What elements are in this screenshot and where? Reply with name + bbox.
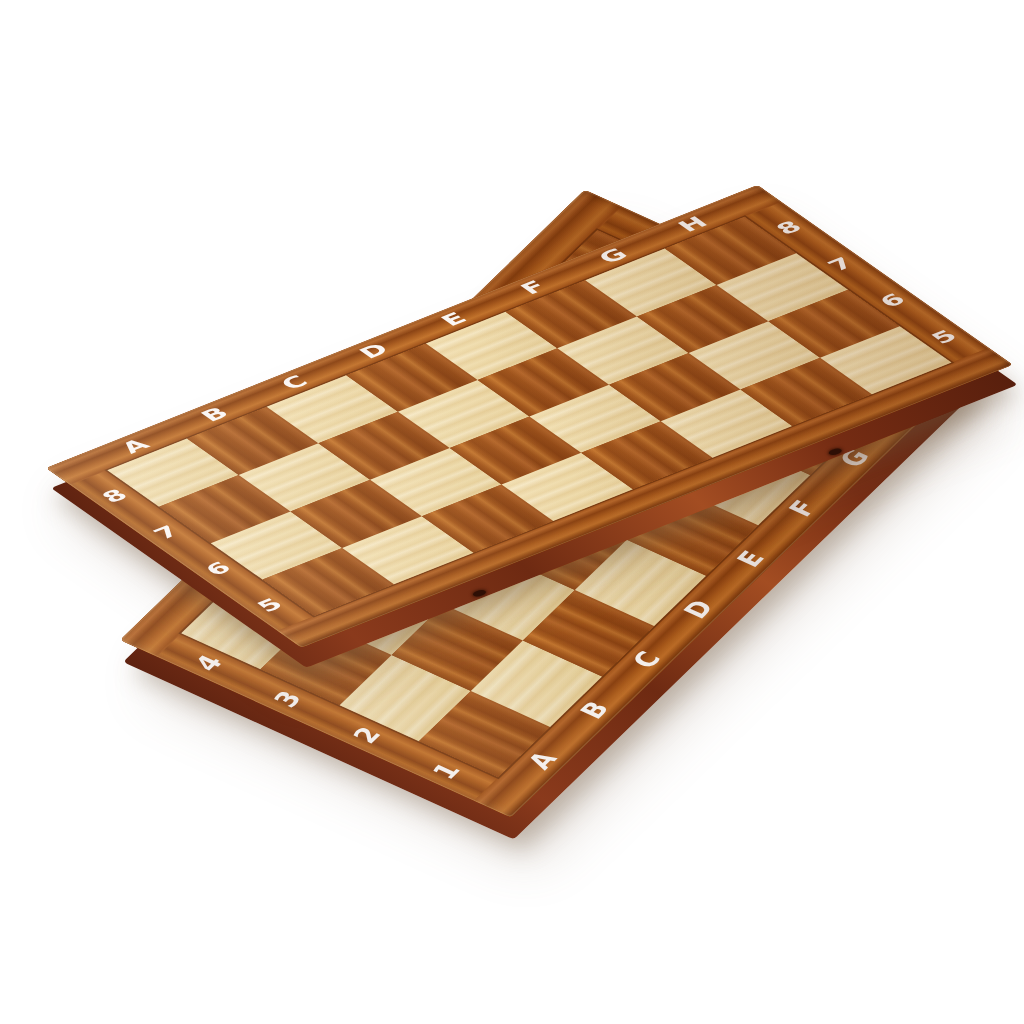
file-label-e-upper: E — [402, 295, 506, 344]
hinge-dot — [471, 589, 488, 598]
file-label-c-upper: C — [242, 358, 346, 407]
file-label-b-upper: B — [163, 390, 267, 439]
file-label-d-upper: D — [322, 326, 426, 375]
chessboard-product-photo: ABCDEFGH4321 ABCDEFGH87658765 — [0, 0, 1024, 1024]
file-label-a-upper: A — [83, 422, 187, 471]
hinge-dot — [827, 447, 844, 456]
file-label-h-upper: H — [641, 200, 745, 249]
